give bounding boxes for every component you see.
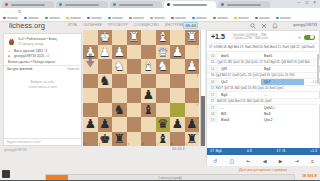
- chat-input[interactable]: Будьте вежливы в чате!: [4, 138, 81, 145]
- square-c4[interactable]: [156, 74, 171, 89]
- square-e4[interactable]: [127, 74, 142, 89]
- square-a2[interactable]: 2: [185, 45, 200, 60]
- square-f2[interactable]: ♟: [112, 45, 127, 60]
- engine-depth-line: Глубина 22/36 · 368k узл/с: [233, 37, 291, 41]
- square-e8[interactable]: e: [127, 132, 142, 147]
- engine-info: Stockfish 16 NNUE · 7MB Глубина 22/36 · …: [233, 34, 291, 42]
- tab-favicon: [59, 3, 62, 6]
- square-b3[interactable]: [170, 59, 185, 74]
- square-g8[interactable]: ♚g: [98, 132, 113, 147]
- eval-gauge-white-share: [201, 30, 206, 96]
- tab-title: [11, 4, 45, 6]
- white-player-name[interactable]: Вася_мучной 1482 −3: [14, 49, 47, 53]
- engine-toggle[interactable]: [304, 35, 315, 41]
- notifications-bell-icon[interactable]: [272, 23, 278, 29]
- square-b8[interactable]: b: [170, 132, 185, 147]
- bookmark-favicon: [276, 17, 279, 20]
- playback-controls: ↺◫⇤◀▶⇥≡: [207, 155, 320, 166]
- reload-icon[interactable]: ↻: [18, 8, 22, 15]
- bookmark-favicon: [3, 17, 6, 20]
- white-player-text: Вася_мучной 1482: [14, 49, 43, 53]
- black-rating-diff: +3: [45, 54, 49, 58]
- jump-end-icon[interactable]: ⇥: [295, 158, 299, 164]
- square-c7[interactable]: ♛: [156, 117, 171, 132]
- piece-black-p[interactable]: ♟: [83, 117, 98, 132]
- square-c1[interactable]: ♝: [156, 30, 171, 45]
- piece-white-r[interactable]: ♜: [127, 30, 142, 45]
- tab-title: [227, 4, 261, 6]
- fork-item-1-eval: 4.8: [247, 148, 252, 155]
- move-list: 14dxe5Bxe514... Qg4 15. Bf1 Qxe5 16. Qh4…: [207, 53, 320, 148]
- search-icon[interactable]: [250, 23, 256, 29]
- coord-rank-8: 8: [197, 132, 199, 136]
- square-d8[interactable]: d: [141, 132, 156, 147]
- square-f1[interactable]: [112, 30, 127, 45]
- variation-line-2[interactable]: 14... Qg4 15. Bf1 Qxe5 16. Qh4 Qxf2+ 17.…: [207, 59, 320, 66]
- game-info-sidebar: 3+0 • Рейтинговая • Блиц 21 минуту назад…: [3, 33, 82, 146]
- square-c2[interactable]: ♛: [156, 45, 171, 60]
- square-d6[interactable]: ♝: [141, 103, 156, 118]
- browser-tab-2[interactable]: [56, 1, 108, 8]
- square-h1[interactable]: [83, 30, 98, 45]
- square-b5[interactable]: [170, 88, 185, 103]
- variation-line-6[interactable]: 17. Rd1?! Qd7 18. Bd2 Qxd2 19. Bf1 Qxe5 …: [207, 85, 320, 92]
- square-c5[interactable]: [156, 88, 171, 103]
- browser-tab-5[interactable]: [218, 1, 270, 8]
- black-player-text: georgiy198733 2020: [14, 54, 44, 58]
- bookmark-label: [154, 17, 165, 19]
- move-black[interactable]: Qc7: [261, 79, 304, 85]
- square-e1[interactable]: ♜: [127, 30, 142, 45]
- move-row-14: 14dxe5Bxe5: [207, 53, 320, 59]
- square-d4[interactable]: [141, 74, 156, 89]
- browser-tab-3[interactable]: [110, 1, 162, 8]
- piece-black-b[interactable]: ♝: [141, 103, 156, 118]
- square-h8[interactable]: h: [83, 132, 98, 147]
- piece-white-p[interactable]: ♟: [98, 45, 113, 60]
- square-a8[interactable]: ♜a8: [185, 132, 200, 147]
- square-g3[interactable]: [98, 59, 113, 74]
- move-row-15: 15Qf3Bg4: [207, 66, 320, 72]
- chess-board: ♚♜♝♜1♟♟♟♛♟2♞♝♞♟3♞4♟5♞♝6♟♟♛♟♟7h♚g♜fed♝cb♜…: [83, 30, 199, 146]
- move-white[interactable]: Bg5: [218, 92, 261, 98]
- coord-file-f: f: [113, 142, 114, 146]
- square-c8[interactable]: ♝c: [156, 132, 171, 147]
- square-c3[interactable]: ♞: [156, 59, 171, 74]
- square-h7[interactable]: ♟: [83, 117, 98, 132]
- nav-item-3[interactable]: ПРОСМОТР: [108, 21, 128, 30]
- coord-file-d: d: [142, 142, 144, 146]
- tab-favicon: [5, 3, 8, 6]
- white-player-marker: ○: [8, 49, 10, 53]
- blitz-flame-icon: [8, 37, 15, 46]
- bookmark-favicon: [129, 17, 132, 20]
- square-e3[interactable]: [127, 59, 142, 74]
- square-d7[interactable]: [141, 117, 156, 132]
- square-f3[interactable]: ♞: [112, 59, 127, 74]
- piece-black-r[interactable]: ♜: [112, 132, 127, 147]
- bookmark-label: [49, 17, 60, 19]
- header-icons: [250, 23, 278, 29]
- tab-spectator-chat[interactable]: Чат для зрителей: [7, 67, 32, 71]
- variation-line-4[interactable]: 16. Qg4 Bd3 17. Qxd3 Qxf1+ 18. Qxf1 Qxd3…: [207, 72, 320, 79]
- move-list-scrollbar[interactable]: [317, 54, 319, 84]
- square-f7[interactable]: [112, 117, 127, 132]
- bookmark-favicon: [87, 17, 90, 20]
- bookmark-favicon: [255, 17, 258, 20]
- browser-tab-strip: – □ ×: [0, 0, 320, 8]
- square-d1[interactable]: [141, 30, 156, 45]
- bookmark-favicon: [108, 17, 111, 20]
- bookmark-label: [196, 17, 207, 19]
- piece-white-p[interactable]: ♟: [83, 45, 98, 60]
- piece-black-p[interactable]: ♟: [170, 117, 185, 132]
- browser-window: – □ × ← → ↻ lichess.org ☆ ⋮ lichess.org …: [0, 0, 320, 180]
- bookmark-favicon: [192, 17, 195, 20]
- square-h6[interactable]: [83, 103, 98, 118]
- square-e7[interactable]: [127, 117, 142, 132]
- browser-address-bar: ← → ↻ lichess.org ☆ ⋮: [0, 8, 320, 15]
- bookmark-favicon: [45, 17, 48, 20]
- add-lines-button[interactable]: +: [298, 34, 301, 40]
- window-controls[interactable]: – □ ×: [298, 0, 318, 5]
- game-time-ago: 21 минуту назад: [18, 42, 43, 46]
- move-row-19: 19Bxe4Qxc2: [207, 117, 320, 123]
- black-player-marker: ●: [8, 54, 10, 58]
- piece-white-n[interactable]: ♞: [156, 59, 171, 74]
- square-b2[interactable]: ♟: [170, 45, 185, 60]
- piece-black-n[interactable]: ♞: [112, 103, 127, 118]
- challenges-crossed-swords-icon[interactable]: [261, 23, 267, 29]
- square-h2[interactable]: ♟: [83, 45, 98, 60]
- bookmark-label: [133, 17, 144, 19]
- tab-title: [173, 4, 207, 6]
- back-icon[interactable]: ←: [4, 8, 9, 15]
- square-b4[interactable]: [170, 74, 185, 89]
- square-c6[interactable]: [156, 103, 171, 118]
- piece-black-p[interactable]: ♟: [141, 88, 156, 103]
- white-rating-diff: −3: [44, 49, 48, 53]
- move-white[interactable]: dxe5: [218, 53, 261, 59]
- piece-black-q[interactable]: ♛: [156, 117, 171, 132]
- ad-progress-bar[interactable]: 1 месяц (тариф): [45, 174, 295, 181]
- engine-eval: +1.5: [211, 33, 225, 40]
- square-g4[interactable]: ♞: [98, 74, 113, 89]
- bottom-player-clock: 00:46.4: [172, 147, 185, 151]
- fork-item-2[interactable]: 17. f3: [277, 148, 286, 155]
- bookmark-favicon: [213, 17, 216, 20]
- square-h4[interactable]: [83, 74, 98, 89]
- move-number: 15: [207, 66, 218, 72]
- ad-price: 18 906 ₽: [302, 173, 317, 178]
- move-row-16: 16Qc2Qc7+1.5: [207, 79, 320, 85]
- variation-fork-bar[interactable]: 17. Bg5 4.8 17. f3 +1.3: [207, 148, 320, 155]
- engine-toggle-knob: [310, 35, 314, 39]
- ad-bar-text: 1 месяц (тариф): [46, 175, 294, 181]
- tab-favicon: [221, 3, 224, 6]
- cycle-icon[interactable]: ↺: [213, 158, 217, 164]
- square-f6[interactable]: ♞: [112, 103, 127, 118]
- coord-file-a: a: [186, 142, 188, 146]
- piece-black-p[interactable]: ♟: [98, 117, 113, 132]
- move-number: 16: [207, 79, 218, 85]
- coord-rank-2: 2: [197, 45, 199, 49]
- logged-in-username[interactable]: georgiy198733: [293, 21, 317, 30]
- tab-title: [119, 4, 153, 6]
- square-f8[interactable]: ♜f: [112, 132, 127, 147]
- game-result-line: Белые сдались • Победа чёрных: [8, 60, 55, 64]
- piece-white-k[interactable]: ♚: [98, 30, 113, 45]
- square-g2[interactable]: ♟: [98, 45, 113, 60]
- move-number: 14: [207, 53, 218, 59]
- square-a6[interactable]: 6: [185, 103, 200, 118]
- bookmark-label: [91, 17, 102, 19]
- variation-line-8[interactable]: 17... Bd3 18. Qxb5 Bxe5 19. Bd2 Qxd2 20.…: [207, 98, 320, 105]
- bookmark-favicon: [171, 17, 174, 20]
- piece-white-p[interactable]: ♟: [112, 45, 127, 60]
- coord-rank-7: 7: [197, 117, 199, 121]
- bookmark-favicon: [234, 17, 237, 20]
- coord-file-h: h: [84, 142, 86, 146]
- chat-login-notice: Войдите на сайт, чтобы писать в чате: [4, 80, 81, 89]
- square-d2[interactable]: [141, 45, 156, 60]
- bookmark-label: [238, 17, 249, 19]
- coord-file-c: c: [157, 142, 159, 146]
- bookmark-favicon: [150, 17, 153, 20]
- move-black[interactable]: ...: [261, 92, 304, 98]
- eval-gauge: [200, 30, 206, 146]
- move-black[interactable]: Bxe5: [261, 53, 304, 59]
- square-a3[interactable]: ♟3: [185, 59, 200, 74]
- coord-rank-3: 3: [197, 59, 199, 63]
- square-h5[interactable]: [83, 88, 98, 103]
- sidebar-divider: [4, 65, 81, 66]
- move-row-17: 17Bg5...: [207, 92, 320, 98]
- piece-white-b[interactable]: ♝: [141, 59, 156, 74]
- bookmark-label: [28, 17, 39, 19]
- square-a1[interactable]: ♜1: [185, 30, 200, 45]
- ad-headline[interactable]: Для регулярных стрижек: [206, 167, 320, 172]
- move-number: 17: [207, 92, 218, 98]
- square-h3[interactable]: [83, 59, 98, 74]
- piece-white-p[interactable]: ♟: [170, 45, 185, 60]
- coord-rank-4: 4: [197, 74, 199, 78]
- bookmark-label: [280, 17, 291, 19]
- square-g1[interactable]: ♚: [98, 30, 113, 45]
- square-b7[interactable]: ♟: [170, 117, 185, 132]
- lichess-logo[interactable]: lichess.org: [9, 21, 45, 30]
- piece-white-n[interactable]: ♞: [112, 59, 127, 74]
- move-white[interactable]: Qc2: [218, 79, 261, 85]
- coord-rank-6: 6: [197, 103, 199, 107]
- square-g6[interactable]: [98, 103, 113, 118]
- step-back-icon[interactable]: ◀: [263, 158, 267, 164]
- square-d5[interactable]: ♟: [141, 88, 156, 103]
- coord-rank-5: 5: [197, 88, 199, 92]
- browser-tab-1[interactable]: [2, 1, 54, 8]
- square-e6[interactable]: [127, 103, 142, 118]
- square-g5[interactable]: [98, 88, 113, 103]
- coord-file-e: e: [128, 142, 130, 146]
- move-number: 19: [207, 117, 218, 123]
- fork-item-2-eval: +1.3: [310, 148, 317, 155]
- coord-file-b: b: [171, 142, 173, 146]
- bookmark-label: [7, 17, 18, 19]
- square-e2[interactable]: [127, 45, 142, 60]
- square-g7[interactable]: ♟: [98, 117, 113, 132]
- bookmark-label: [112, 17, 123, 19]
- black-player-name[interactable]: georgiy198733 2020 +3: [14, 54, 49, 58]
- tab-notes[interactable]: Заметки: [67, 67, 79, 71]
- square-f4[interactable]: [112, 74, 127, 89]
- chat-login-notice-line2: чтобы писать в чате: [4, 85, 81, 90]
- analysis-panel: +1.5 Stockfish 16 NNUE · 7MB Глубина 22/…: [206, 30, 320, 166]
- top-player-clock: 05:44: [183, 22, 198, 29]
- move-white[interactable]: Bxe4: [218, 117, 261, 123]
- bookmark-label: [175, 17, 186, 19]
- square-b6[interactable]: [170, 103, 185, 118]
- analysis-board-icon[interactable]: ◫: [229, 158, 234, 164]
- bookmark-favicon: [66, 17, 69, 20]
- tab-title: [65, 4, 99, 6]
- menu-icon[interactable]: ≡: [311, 158, 314, 164]
- square-a4[interactable]: 4: [185, 74, 200, 89]
- browser-tab-4[interactable]: [164, 1, 216, 8]
- coord-file-g: g: [99, 142, 101, 146]
- bookmark-label: [259, 17, 270, 19]
- square-f5[interactable]: [112, 88, 127, 103]
- ad-logo: [2, 170, 10, 178]
- tab-favicon: [167, 3, 170, 6]
- square-b1[interactable]: [170, 30, 185, 45]
- move-black[interactable]: Qxc2: [261, 117, 304, 123]
- piece-white-b[interactable]: ♝: [156, 30, 171, 45]
- coord-rank-1: 1: [197, 30, 199, 34]
- square-e5[interactable]: [127, 88, 142, 103]
- piece-white-q[interactable]: ♛: [156, 45, 171, 60]
- piece-black-n[interactable]: ♞: [98, 74, 113, 89]
- engine-pv-line[interactable]: 17. h3 Nf6 18. Bg5 Be6 19. Rad1 Rfe8 20.…: [207, 43, 320, 52]
- fork-item-1[interactable]: 17. Bg5: [210, 148, 222, 155]
- tab-favicon: [113, 3, 116, 6]
- game-type-line: 3+0 • Рейтинговая • Блиц: [18, 37, 57, 41]
- bookmark-label: [217, 17, 228, 19]
- bookmark-label: [70, 17, 81, 19]
- nav-item-1[interactable]: ИГРА: [68, 21, 77, 30]
- forward-icon[interactable]: →: [11, 8, 16, 15]
- jump-start-icon[interactable]: ⇤: [246, 158, 250, 164]
- move-black[interactable]: Bg4: [261, 66, 304, 72]
- bookmark-favicon: [24, 17, 27, 20]
- square-d3[interactable]: ♝: [141, 59, 156, 74]
- square-a5[interactable]: 5: [185, 88, 200, 103]
- step-forward-icon[interactable]: ▶: [279, 158, 283, 164]
- square-a7[interactable]: ♟7: [185, 117, 200, 132]
- kibitzer-name: georgiy198733: [4, 148, 26, 152]
- move-white[interactable]: Qf3: [218, 66, 261, 72]
